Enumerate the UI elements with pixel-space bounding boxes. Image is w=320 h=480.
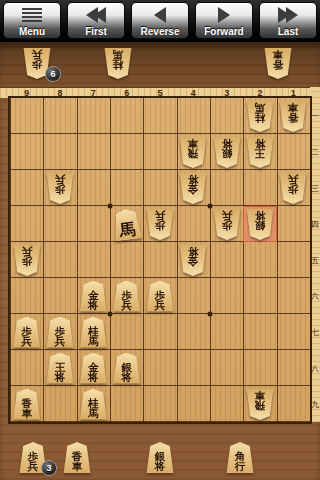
star-point-4 <box>208 312 213 317</box>
gote-pawn-piece[interactable]: 歩兵 <box>46 173 74 204</box>
sente-lance-piece[interactable]: 香車 <box>13 389 41 420</box>
sente-bishop-piece[interactable]: 角行 <box>226 442 254 473</box>
piece-kanji: 香車 <box>13 389 41 420</box>
square-f8-r8[interactable]: 王将 <box>43 350 76 386</box>
piece-kanji: 歩兵 <box>46 317 74 348</box>
square-f9-r5[interactable]: 歩兵 <box>10 242 43 278</box>
square-f9-r9[interactable]: 香車 <box>10 386 43 422</box>
square-f5-r6[interactable]: 歩兵 <box>143 278 176 314</box>
double-left-arrow-icon <box>88 6 104 23</box>
sente-king-piece[interactable]: 王将 <box>46 353 74 384</box>
gote-pawn-piece[interactable]: 歩兵 <box>279 173 307 204</box>
piece-kanji: 歩兵 <box>146 281 174 312</box>
square-f2-r9[interactable]: 飛車 <box>243 386 276 422</box>
square-f6-r8[interactable]: 銀将 <box>110 350 143 386</box>
gote-gold-piece[interactable]: 金将 <box>179 245 207 276</box>
sente-silver-piece[interactable]: 銀将 <box>146 442 174 473</box>
square-f9-r7[interactable]: 歩兵 <box>10 314 43 350</box>
square-f6-r6[interactable]: 歩兵 <box>110 278 143 314</box>
square-f4-r3[interactable]: 金将 <box>177 170 210 206</box>
gote-lance-piece[interactable]: 香車 <box>279 101 307 132</box>
square-f4-r5[interactable]: 金将 <box>177 242 210 278</box>
right-arrow-icon <box>218 6 230 23</box>
board-area: 歩兵6桂馬香車 987654321 一二三四五六七八九 桂馬香車飛車銀将王将歩兵… <box>0 42 320 480</box>
last-button-label: Last <box>278 26 299 37</box>
gote-knight-piece[interactable]: 桂馬 <box>246 101 274 132</box>
sente-gold-piece[interactable]: 金将 <box>79 353 107 384</box>
square-f1-r1[interactable]: 香車 <box>277 98 310 134</box>
sente-knight-piece[interactable]: 桂馬 <box>79 317 107 348</box>
square-f5-r4[interactable]: 歩兵 <box>143 206 176 242</box>
forward-button-label: Forward <box>204 26 243 37</box>
gote-gold-piece[interactable]: 金将 <box>179 173 207 204</box>
menu-button-label: Menu <box>19 26 45 37</box>
sente-hand-bishop[interactable]: 角行 <box>226 442 254 473</box>
piece-kanji: 歩兵 <box>13 317 41 348</box>
gote-pawn-piece[interactable]: 歩兵 <box>213 209 241 240</box>
piece-kanji: 桂馬 <box>79 317 107 348</box>
double-right-arrow-icon <box>280 6 296 23</box>
piece-kanji: 桂馬 <box>104 48 132 79</box>
gote-hand-pawn[interactable]: 歩兵6 <box>23 48 51 79</box>
sente-hand-pawn[interactable]: 歩兵3 <box>19 442 47 473</box>
piece-kanji: 飛車 <box>246 389 274 420</box>
first-button-label: First <box>85 26 107 37</box>
square-f3-r4[interactable]: 歩兵 <box>210 206 243 242</box>
square-f8-r3[interactable]: 歩兵 <box>43 170 76 206</box>
square-f8-r7[interactable]: 歩兵 <box>43 314 76 350</box>
sente-hand-tray: 歩兵3香車銀将角行 <box>0 422 320 480</box>
piece-kanji: 香車 <box>63 442 91 473</box>
piece-kanji: 歩兵 <box>279 173 307 204</box>
piece-kanji: 銀将 <box>146 442 174 473</box>
sente-hand-lance[interactable]: 香車 <box>63 442 91 473</box>
piece-kanji: 金将 <box>179 245 207 276</box>
piece-kanji: 銀将 <box>246 209 274 240</box>
gote-hand-knight[interactable]: 桂馬 <box>104 48 132 79</box>
piece-kanji: 歩兵 <box>213 209 241 240</box>
sente-knight-piece[interactable]: 桂馬 <box>79 389 107 420</box>
shogi-app: Menu First Reverse Forward Last 歩兵6桂馬香車 … <box>0 0 320 480</box>
gote-hand-pawn-count: 6 <box>45 66 61 82</box>
menu-button[interactable]: Menu <box>3 2 61 39</box>
gote-pawn-piece[interactable]: 歩兵 <box>13 245 41 276</box>
square-f7-r8[interactable]: 金将 <box>77 350 110 386</box>
square-f7-r6[interactable]: 金将 <box>77 278 110 314</box>
gote-hand-tray: 歩兵6桂馬香車 <box>0 42 320 87</box>
square-f3-r2[interactable]: 銀将 <box>210 134 243 170</box>
square-f6-r4[interactable]: 馬 <box>110 206 143 242</box>
sente-promoted-bishop-piece[interactable]: 馬 <box>113 209 141 240</box>
square-f7-r7[interactable]: 桂馬 <box>77 314 110 350</box>
forward-button[interactable]: Forward <box>195 2 253 39</box>
sente-gold-piece[interactable]: 金将 <box>79 281 107 312</box>
gote-hand-lance[interactable]: 香車 <box>264 48 292 79</box>
piece-kanji: 角行 <box>226 442 254 473</box>
board-grid: 桂馬香車飛車銀将王将歩兵金将歩兵馬歩兵歩兵銀将歩兵金将金将歩兵歩兵歩兵歩兵桂馬王… <box>8 96 312 424</box>
piece-kanji: 銀将 <box>213 137 241 168</box>
menu-list-icon <box>22 6 42 23</box>
gote-pawn-piece[interactable]: 歩兵 <box>146 209 174 240</box>
sente-hand-pawn-count: 3 <box>41 460 57 476</box>
piece-kanji: 香車 <box>264 48 292 79</box>
piece-kanji: 金将 <box>79 281 107 312</box>
piece-kanji: 金将 <box>79 353 107 384</box>
piece-kanji: 馬 <box>111 207 143 241</box>
gote-silver-piece[interactable]: 銀将 <box>213 137 241 168</box>
gote-rook-piece[interactable]: 飛車 <box>246 389 274 420</box>
piece-kanji: 王将 <box>46 353 74 384</box>
left-arrow-icon <box>154 6 166 23</box>
piece-kanji: 桂馬 <box>246 101 274 132</box>
sente-hand-silver[interactable]: 銀将 <box>146 442 174 473</box>
piece-kanji: 銀将 <box>113 353 141 384</box>
piece-kanji: 歩兵 <box>113 281 141 312</box>
reverse-button[interactable]: Reverse <box>131 2 189 39</box>
piece-kanji: 歩兵 <box>46 173 74 204</box>
square-f1-r3[interactable]: 歩兵 <box>277 170 310 206</box>
gote-rook-piece[interactable]: 飛車 <box>179 137 207 168</box>
sente-lance-piece[interactable]: 香車 <box>63 442 91 473</box>
square-f4-r2[interactable]: 飛車 <box>177 134 210 170</box>
sente-pawn-piece[interactable]: 歩兵 <box>146 281 174 312</box>
gote-lance-piece[interactable]: 香車 <box>264 48 292 79</box>
gote-knight-piece[interactable]: 桂馬 <box>104 48 132 79</box>
reverse-button-label: Reverse <box>141 26 180 37</box>
sente-silver-piece[interactable]: 銀将 <box>113 353 141 384</box>
toolbar: Menu First Reverse Forward Last <box>0 0 320 42</box>
sente-pawn-piece[interactable]: 歩兵 <box>46 317 74 348</box>
piece-kanji: 歩兵 <box>13 245 41 276</box>
square-f2-r2[interactable]: 王将 <box>243 134 276 170</box>
gote-king-piece[interactable]: 王将 <box>246 137 274 168</box>
piece-kanji: 金将 <box>179 173 207 204</box>
square-f2-r4[interactable]: 銀将 <box>243 206 276 242</box>
square-f7-r9[interactable]: 桂馬 <box>77 386 110 422</box>
piece-kanji: 王将 <box>246 137 274 168</box>
sente-pawn-piece[interactable]: 歩兵 <box>113 281 141 312</box>
gote-silver-piece[interactable]: 銀将 <box>246 209 274 240</box>
piece-kanji: 飛車 <box>179 137 207 168</box>
sente-pawn-piece[interactable]: 歩兵 <box>13 317 41 348</box>
square-f2-r1[interactable]: 桂馬 <box>243 98 276 134</box>
last-button[interactable]: Last <box>259 2 317 39</box>
piece-kanji: 桂馬 <box>79 389 107 420</box>
piece-kanji: 歩兵 <box>146 209 174 240</box>
first-button[interactable]: First <box>67 2 125 39</box>
piece-kanji: 香車 <box>279 101 307 132</box>
